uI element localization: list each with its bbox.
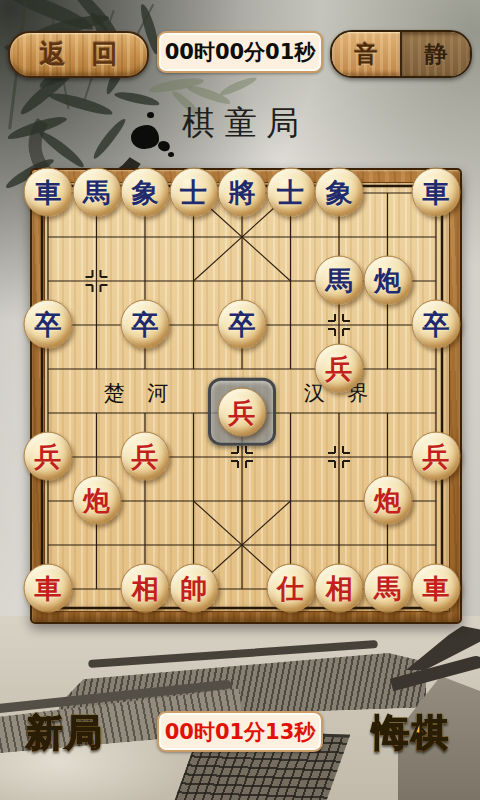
- piece-black-卒-2-3[interactable]: 卒: [121, 300, 170, 349]
- piece-red-帥-3-9[interactable]: 帥: [169, 564, 218, 613]
- piece-red-兵-8-6[interactable]: 兵: [412, 432, 461, 481]
- piece-black-象-2-0[interactable]: 象: [121, 168, 170, 217]
- ink-blot: [168, 152, 174, 157]
- piece-red-兵-0-6[interactable]: 兵: [24, 432, 73, 481]
- piece-black-車-0-0[interactable]: 車: [24, 168, 73, 217]
- xiangqi-board[interactable]: 楚 河 汉 界 車馬象士將士象車馬炮卒卒卒卒兵兵兵兵兵炮炮車相帥仕相馬車: [44, 182, 450, 612]
- red-timer-value: 00时01分13秒: [165, 718, 316, 746]
- piece-red-相-2-9[interactable]: 相: [121, 564, 170, 613]
- river-label-left: 楚 河: [104, 379, 177, 407]
- new-game-button[interactable]: 新局: [26, 708, 104, 758]
- piece-black-士-5-0[interactable]: 士: [266, 168, 315, 217]
- black-timer: 00时00分01秒: [157, 31, 323, 73]
- piece-black-象-6-0[interactable]: 象: [315, 168, 364, 217]
- piece-black-卒-0-3[interactable]: 卒: [24, 300, 73, 349]
- piece-black-車-8-0[interactable]: 車: [412, 168, 461, 217]
- back-button-label: 返 回: [40, 37, 118, 72]
- black-timer-value: 00时00分01秒: [165, 38, 316, 66]
- piece-black-馬-1-0[interactable]: 馬: [72, 168, 121, 217]
- piece-black-士-3-0[interactable]: 士: [169, 168, 218, 217]
- sound-mute-button[interactable]: 静: [402, 32, 470, 76]
- piece-red-仕-5-9[interactable]: 仕: [266, 564, 315, 613]
- piece-red-炮-7-7[interactable]: 炮: [363, 476, 412, 525]
- piece-black-炮-7-2[interactable]: 炮: [363, 256, 412, 305]
- xiangqi-board-frame: 楚 河 汉 界 車馬象士將士象車馬炮卒卒卒卒兵兵兵兵兵炮炮車相帥仕相馬車: [30, 168, 462, 624]
- piece-black-將-4-0[interactable]: 將: [218, 168, 267, 217]
- bamboo-leaf: [3, 0, 97, 34]
- piece-red-兵-2-6[interactable]: 兵: [121, 432, 170, 481]
- app-screen: 返 回 00时00分01秒 音 静 棋童局 楚 河 汉 界 車馬象士將士象車馬炮…: [0, 0, 480, 800]
- sound-on-button[interactable]: 音: [332, 32, 402, 76]
- piece-red-炮-1-7[interactable]: 炮: [72, 476, 121, 525]
- piece-red-兵-6-4[interactable]: 兵: [315, 344, 364, 393]
- page-title: 棋童局: [5, 101, 480, 146]
- bamboo-leaf: [218, 74, 258, 98]
- piece-red-馬-7-9[interactable]: 馬: [363, 564, 412, 613]
- undo-button[interactable]: 悔棋: [372, 708, 450, 758]
- piece-red-車-0-9[interactable]: 車: [24, 564, 73, 613]
- piece-black-馬-6-2[interactable]: 馬: [315, 256, 364, 305]
- red-timer: 00时01分13秒: [157, 711, 323, 752]
- piece-red-相-6-9[interactable]: 相: [315, 564, 364, 613]
- piece-red-兵-4-5[interactable]: 兵: [218, 388, 267, 437]
- piece-red-車-8-9[interactable]: 車: [412, 564, 461, 613]
- sound-toggle[interactable]: 音 静: [330, 30, 472, 78]
- back-button[interactable]: 返 回: [8, 31, 149, 78]
- piece-black-卒-8-3[interactable]: 卒: [412, 300, 461, 349]
- bamboo-leaf: [148, 75, 205, 95]
- piece-black-卒-4-3[interactable]: 卒: [218, 300, 267, 349]
